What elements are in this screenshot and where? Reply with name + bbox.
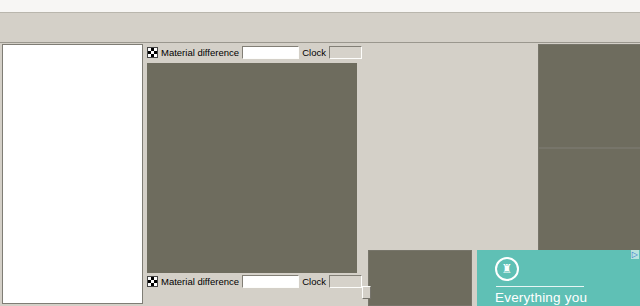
move-navigation bbox=[146, 290, 363, 304]
filter-bar bbox=[0, 13, 640, 43]
main-chess-board[interactable] bbox=[147, 63, 357, 273]
material-difference-field-bottom[interactable] bbox=[242, 275, 299, 288]
clock-label-bottom: Clock bbox=[302, 276, 326, 287]
menu-bar bbox=[0, 0, 640, 13]
ad-logo-icon: ♜ bbox=[495, 257, 519, 281]
board-checker-icon bbox=[147, 276, 158, 287]
clock-label-top: Clock bbox=[302, 47, 326, 58]
database-tree bbox=[2, 44, 143, 304]
material-difference-label-bottom: Material difference bbox=[161, 276, 239, 287]
clock-field-top bbox=[329, 46, 362, 59]
ad-divider bbox=[496, 286, 584, 287]
splitter-handle[interactable] bbox=[362, 286, 371, 299]
material-difference-label: Material difference bbox=[161, 47, 239, 58]
material-row-bottom: Material difference Clock bbox=[146, 273, 363, 290]
mini-board-bottom bbox=[368, 250, 472, 306]
ad-banner[interactable]: ▷ ♜ Everything you bbox=[477, 250, 640, 306]
board-checker-icon bbox=[147, 47, 158, 58]
app-window: Material difference Clock Material diffe… bbox=[0, 0, 640, 306]
material-difference-field-top[interactable] bbox=[242, 46, 299, 59]
clock-field-bottom bbox=[329, 275, 362, 288]
mini-board-top bbox=[538, 44, 640, 148]
adchoices-icon[interactable]: ▷ bbox=[631, 250, 639, 259]
material-row-top: Material difference Clock bbox=[146, 44, 363, 61]
ad-headline: Everything you bbox=[495, 290, 587, 305]
mini-board-middle bbox=[538, 148, 640, 252]
